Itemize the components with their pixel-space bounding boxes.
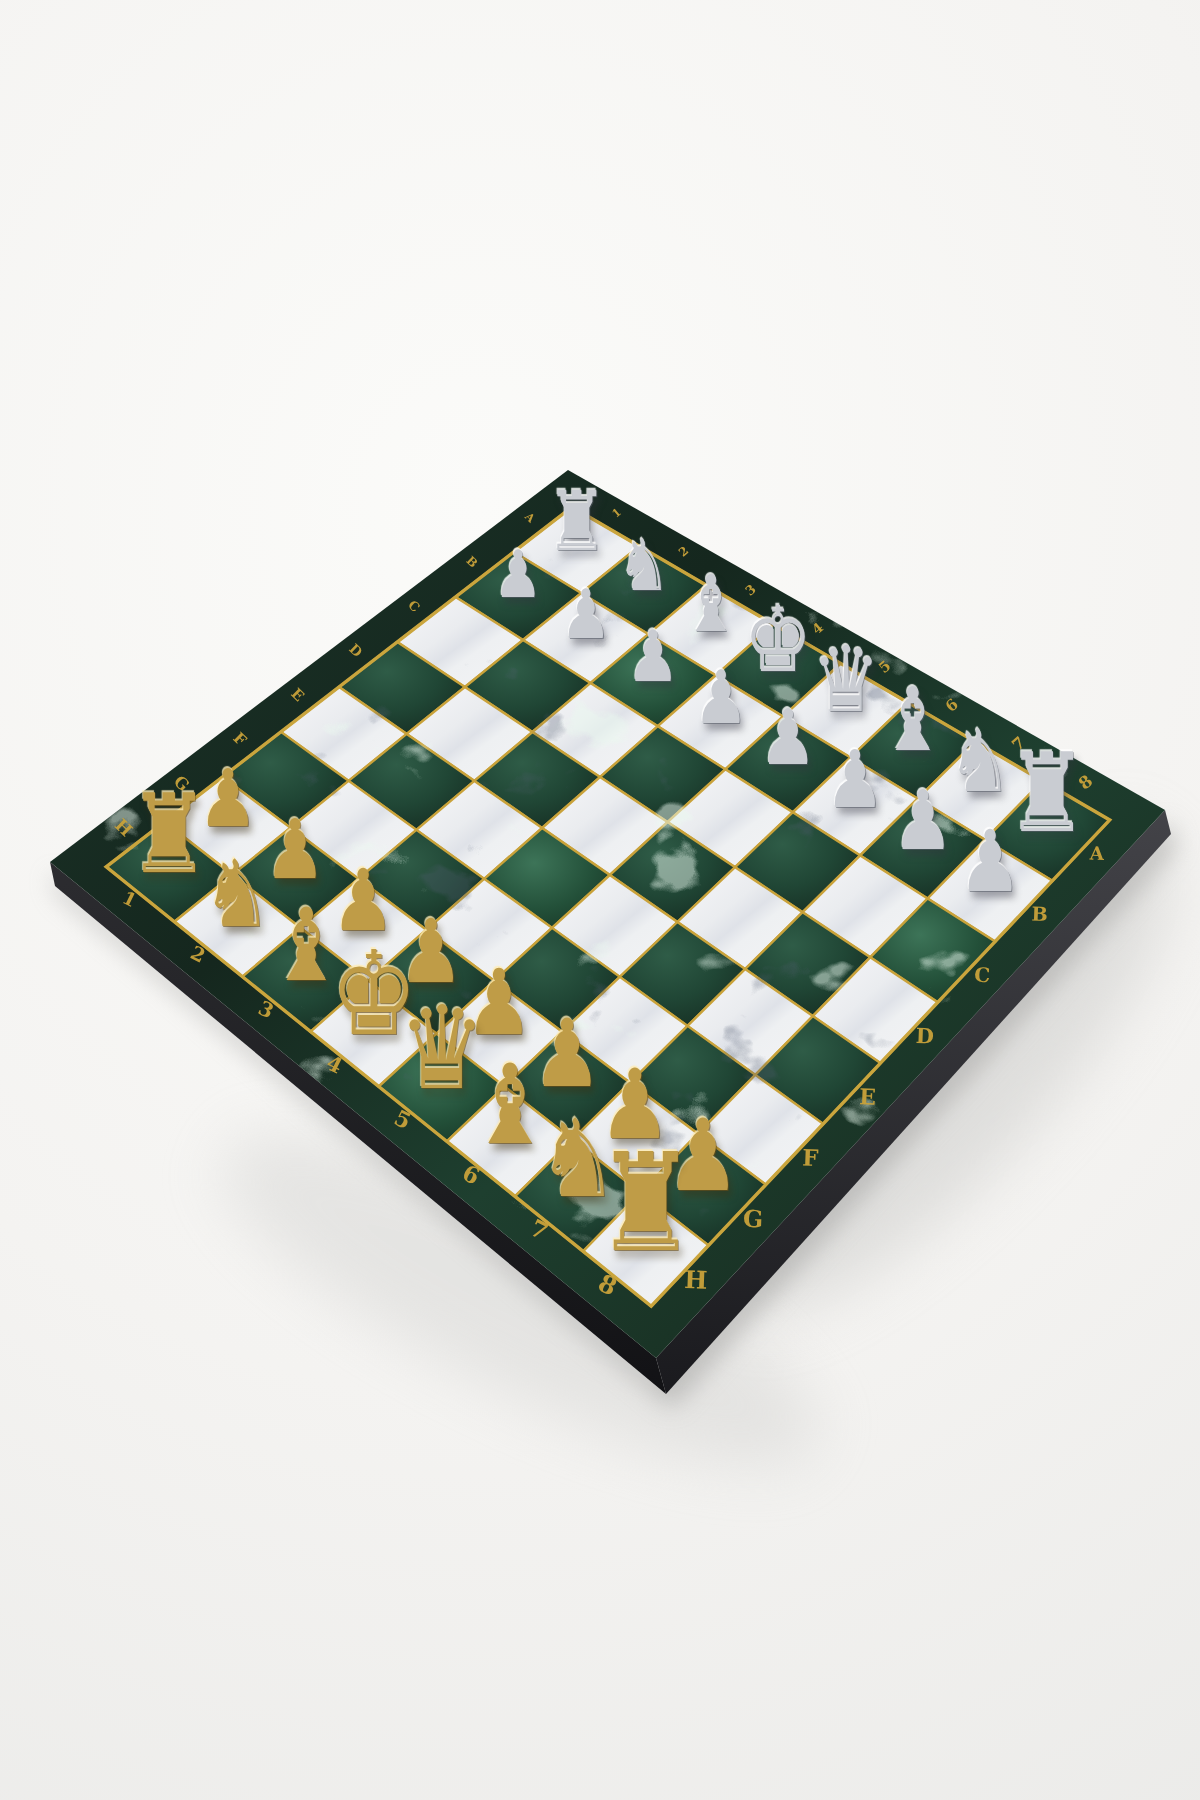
- piece-silver-pawn-b2[interactable]: ♟: [560, 581, 611, 649]
- piece-gold-knight-h2[interactable]: ♞: [203, 848, 273, 941]
- piece-silver-pawn-b7[interactable]: ♟: [892, 780, 954, 862]
- piece-silver-pawn-b1[interactable]: ♟: [494, 541, 543, 606]
- studio-backdrop: ABCDEFGH12345678ABCDEFGH12345678 ♜♞♝♚♛♝♞…: [0, 0, 1200, 1800]
- piece-silver-bishop-a3[interactable]: ♝: [682, 565, 741, 643]
- piece-gold-rook-h8[interactable]: ♜: [595, 1136, 697, 1272]
- piece-silver-pawn-b6[interactable]: ♟: [825, 740, 885, 820]
- piece-silver-knight-a7[interactable]: ♞: [948, 718, 1013, 804]
- piece-silver-bishop-a6[interactable]: ♝: [880, 677, 946, 765]
- piece-gold-pawn-g2[interactable]: ♟: [264, 809, 326, 891]
- coord-file-lower-right-G: G: [743, 1205, 764, 1234]
- piece-silver-rook-a1[interactable]: ♜: [545, 481, 607, 564]
- piece-silver-pawn-b8[interactable]: ♟: [958, 819, 1022, 904]
- piece-silver-pawn-b5[interactable]: ♟: [759, 700, 817, 777]
- piece-silver-knight-a2[interactable]: ♞: [617, 531, 670, 602]
- coord-file-lower-right-D: D: [915, 1023, 934, 1049]
- piece-silver-pawn-b4[interactable]: ♟: [693, 661, 749, 735]
- piece-gold-rook-h1[interactable]: ♜: [128, 781, 210, 890]
- coord-file-lower-right-C: C: [974, 963, 991, 988]
- coord-file-lower-right-F: F: [802, 1145, 819, 1172]
- coord-file-lower-right-A: A: [1088, 842, 1105, 864]
- piece-silver-pawn-b3[interactable]: ♟: [626, 621, 679, 692]
- coord-file-lower-right-B: B: [1031, 903, 1048, 927]
- piece-silver-queen-a5[interactable]: ♛: [811, 635, 879, 726]
- coord-file-lower-right-E: E: [859, 1083, 877, 1110]
- piece-silver-king-a4[interactable]: ♚: [744, 594, 813, 685]
